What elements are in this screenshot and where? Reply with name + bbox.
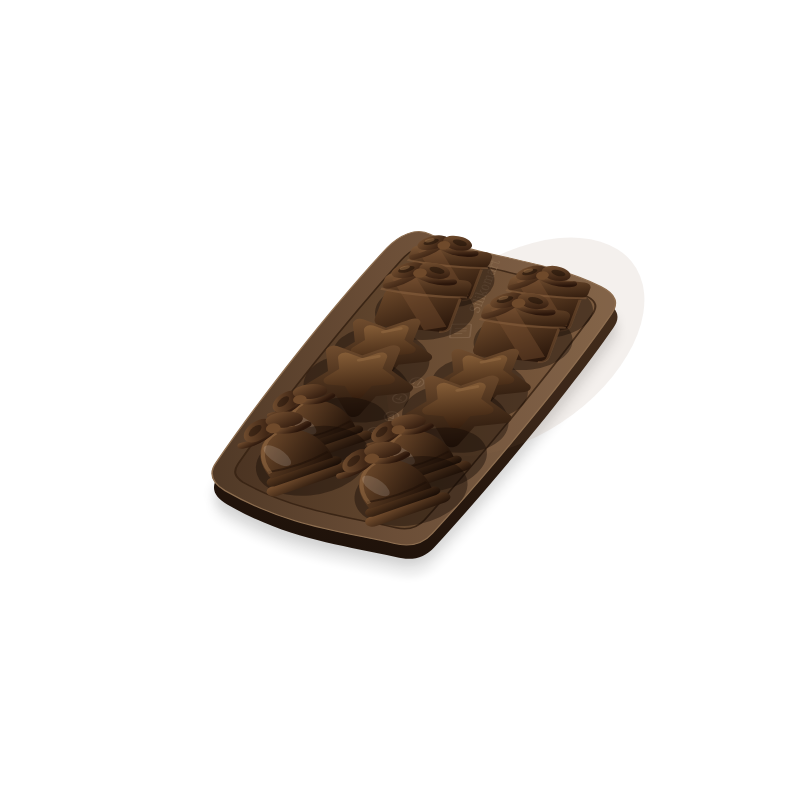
chocolate-mold-photo: Silikomart MOD. BREVETTATO [0, 0, 800, 800]
product-photo: Silikomart MOD. BREVETTATO [0, 0, 800, 800]
